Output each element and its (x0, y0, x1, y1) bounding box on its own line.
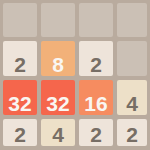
tile-4-r3c4: 4 (117, 80, 147, 115)
empty-cell-r1c3 (79, 3, 113, 37)
empty-cell-r1c2 (41, 3, 75, 37)
tile-32-r3c2: 32 (41, 80, 75, 115)
tile-2-r4c3: 2 (79, 119, 113, 146)
empty-cell-r2c4 (117, 41, 147, 76)
empty-cell-r1c1 (3, 3, 37, 37)
tile-2-r4c4: 2 (117, 119, 147, 146)
tile-2-r2c1: 2 (3, 41, 37, 76)
tile-4-r4c2: 4 (41, 119, 75, 146)
tile-16-r3c3: 16 (79, 80, 113, 115)
board-2048[interactable]: 28232321642422 (0, 0, 150, 150)
empty-cell-r1c4 (117, 3, 147, 37)
tile-32-r3c1: 32 (3, 80, 37, 115)
tile-2-r2c3: 2 (79, 41, 113, 76)
tile-8-r2c2: 8 (41, 41, 75, 76)
tile-2-r4c1: 2 (3, 119, 37, 146)
